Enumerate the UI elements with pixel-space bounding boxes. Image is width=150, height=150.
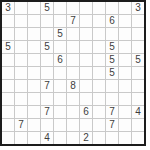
cell-r10c0[interactable]: [2, 132, 14, 144]
clue-cell-r6c3[interactable]: 7: [41, 80, 53, 92]
cell-r1c10[interactable]: [132, 15, 144, 27]
cell-r2c1[interactable]: [15, 28, 27, 40]
clue-cell-r10c3[interactable]: 4: [41, 132, 53, 144]
clue-cell-r0c0[interactable]: 3: [2, 2, 14, 14]
clue-cell-r1c5[interactable]: 7: [67, 15, 79, 27]
cell-r9c0[interactable]: [2, 119, 14, 131]
cell-r9c6[interactable]: [80, 119, 92, 131]
cell-r0c6[interactable]: [80, 2, 92, 14]
cell-r6c7[interactable]: [93, 80, 105, 92]
cell-r0c8[interactable]: [106, 2, 118, 14]
cell-r6c2[interactable]: [28, 80, 40, 92]
cell-r7c9[interactable]: [119, 93, 131, 105]
cell-r10c7[interactable]: [93, 132, 105, 144]
cell-r9c5[interactable]: [67, 119, 79, 131]
cell-r4c7[interactable]: [93, 54, 105, 66]
cell-r0c5[interactable]: [67, 2, 79, 14]
clue-cell-r0c10[interactable]: 3: [132, 2, 144, 14]
cell-r9c3[interactable]: [41, 119, 53, 131]
cell-r8c0[interactable]: [2, 106, 14, 118]
cell-r5c5[interactable]: [67, 67, 79, 79]
cell-r4c5[interactable]: [67, 54, 79, 66]
cell-r2c3[interactable]: [41, 28, 53, 40]
cell-r6c1[interactable]: [15, 80, 27, 92]
cell-r5c10[interactable]: [132, 67, 144, 79]
cell-r8c1[interactable]: [15, 106, 27, 118]
cell-r6c6[interactable]: [80, 80, 92, 92]
cell-r9c2[interactable]: [28, 119, 40, 131]
cell-r5c3[interactable]: [41, 67, 53, 79]
cell-r3c10[interactable]: [132, 41, 144, 53]
clue-cell-r5c8[interactable]: 5: [106, 67, 118, 79]
cell-r8c7[interactable]: [93, 106, 105, 118]
clue-cell-r0c3[interactable]: 5: [41, 2, 53, 14]
cell-r7c2[interactable]: [28, 93, 40, 105]
cell-r2c10[interactable]: [132, 28, 144, 40]
cell-r5c6[interactable]: [80, 67, 92, 79]
clue-cell-r6c5[interactable]: 8: [67, 80, 79, 92]
cell-r7c0[interactable]: [2, 93, 14, 105]
cell-r2c0[interactable]: [2, 28, 14, 40]
clue-cell-r10c6[interactable]: 2: [80, 132, 92, 144]
cell-r4c9[interactable]: [119, 54, 131, 66]
cell-r8c2[interactable]: [28, 106, 40, 118]
cell-r1c3[interactable]: [41, 15, 53, 27]
cell-r1c4[interactable]: [54, 15, 66, 27]
cell-r6c9[interactable]: [119, 80, 131, 92]
cell-r10c10[interactable]: [132, 132, 144, 144]
cell-r1c2[interactable]: [28, 15, 40, 27]
cell-r0c7[interactable]: [93, 2, 105, 14]
clue-cell-r8c6[interactable]: 6: [80, 106, 92, 118]
cell-r7c6[interactable]: [80, 93, 92, 105]
clue-cell-r8c8[interactable]: 7: [106, 106, 118, 118]
cell-r4c0[interactable]: [2, 54, 14, 66]
puzzle-canvas: 35376555565557876747742: [0, 0, 150, 150]
cell-r9c10[interactable]: [132, 119, 144, 131]
cell-r6c8[interactable]: [106, 80, 118, 92]
cell-r10c8[interactable]: [106, 132, 118, 144]
clue-cell-r1c8[interactable]: 6: [106, 15, 118, 27]
cell-r3c5[interactable]: [67, 41, 79, 53]
cell-r1c0[interactable]: [2, 15, 14, 27]
clue-cell-r8c3[interactable]: 7: [41, 106, 53, 118]
cell-r0c2[interactable]: [28, 2, 40, 14]
cell-r3c1[interactable]: [15, 41, 27, 53]
cell-r2c8[interactable]: [106, 28, 118, 40]
clue-cell-r9c1[interactable]: 7: [15, 119, 27, 131]
cell-r6c10[interactable]: [132, 80, 144, 92]
cell-r3c2[interactable]: [28, 41, 40, 53]
cell-r8c9[interactable]: [119, 106, 131, 118]
cell-r7c10[interactable]: [132, 93, 144, 105]
cell-r7c8[interactable]: [106, 93, 118, 105]
clue-cell-r9c8[interactable]: 7: [106, 119, 118, 131]
cell-r3c7[interactable]: [93, 41, 105, 53]
cell-r10c9[interactable]: [119, 132, 131, 144]
cell-r9c4[interactable]: [54, 119, 66, 131]
cell-r5c9[interactable]: [119, 67, 131, 79]
clue-cell-r4c8[interactable]: 5: [106, 54, 118, 66]
cell-r0c9[interactable]: [119, 2, 131, 14]
clue-cell-r2c4[interactable]: 5: [54, 28, 66, 40]
cell-r4c2[interactable]: [28, 54, 40, 66]
cell-r5c2[interactable]: [28, 67, 40, 79]
clue-cell-r4c4[interactable]: 6: [54, 54, 66, 66]
clue-cell-r8c10[interactable]: 4: [132, 106, 144, 118]
cell-r10c2[interactable]: [28, 132, 40, 144]
cell-r8c5[interactable]: [67, 106, 79, 118]
cell-r1c6[interactable]: [80, 15, 92, 27]
cell-r1c9[interactable]: [119, 15, 131, 27]
cell-r5c4[interactable]: [54, 67, 66, 79]
cell-r10c1[interactable]: [15, 132, 27, 144]
cell-r7c7[interactable]: [93, 93, 105, 105]
cell-r0c1[interactable]: [15, 2, 27, 14]
cell-r2c7[interactable]: [93, 28, 105, 40]
cell-r5c7[interactable]: [93, 67, 105, 79]
cell-r7c4[interactable]: [54, 93, 66, 105]
cell-r2c6[interactable]: [80, 28, 92, 40]
cell-r2c9[interactable]: [119, 28, 131, 40]
clue-cell-r3c8[interactable]: 5: [106, 41, 118, 53]
cell-r5c1[interactable]: [15, 67, 27, 79]
cell-r2c2[interactable]: [28, 28, 40, 40]
cell-r4c6[interactable]: [80, 54, 92, 66]
clue-cell-r4c10[interactable]: 5: [132, 54, 144, 66]
cell-r4c1[interactable]: [15, 54, 27, 66]
puzzle-board: 35376555565557876747742: [0, 0, 146, 146]
cell-r1c7[interactable]: [93, 15, 105, 27]
clue-cell-r3c3[interactable]: 5: [41, 41, 53, 53]
cell-r3c4[interactable]: [54, 41, 66, 53]
cell-r10c5[interactable]: [67, 132, 79, 144]
cell-r3c9[interactable]: [119, 41, 131, 53]
cell-r6c4[interactable]: [54, 80, 66, 92]
cell-r8c4[interactable]: [54, 106, 66, 118]
clue-cell-r3c0[interactable]: 5: [2, 41, 14, 53]
cell-r6c0[interactable]: [2, 80, 14, 92]
cell-r2c5[interactable]: [67, 28, 79, 40]
cell-r7c1[interactable]: [15, 93, 27, 105]
cell-r1c1[interactable]: [15, 15, 27, 27]
cell-r9c7[interactable]: [93, 119, 105, 131]
cell-r3c6[interactable]: [80, 41, 92, 53]
cell-r0c4[interactable]: [54, 2, 66, 14]
cell-r5c0[interactable]: [2, 67, 14, 79]
cell-r9c9[interactable]: [119, 119, 131, 131]
cell-r7c3[interactable]: [41, 93, 53, 105]
cell-r7c5[interactable]: [67, 93, 79, 105]
cell-r10c4[interactable]: [54, 132, 66, 144]
cell-r4c3[interactable]: [41, 54, 53, 66]
